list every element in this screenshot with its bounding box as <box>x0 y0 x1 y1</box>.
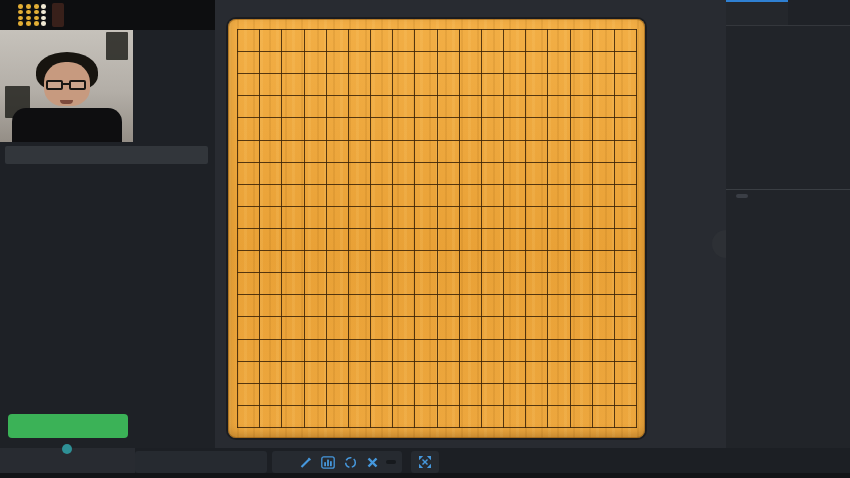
board-grid[interactable] <box>237 29 637 428</box>
fullscreen-button[interactable] <box>417 453 434 471</box>
clear-marks-button[interactable] <box>364 453 381 471</box>
logo-block <box>52 3 64 27</box>
instructor-video[interactable] <box>0 30 133 142</box>
pen-tool-button[interactable] <box>297 453 314 471</box>
instructor-mouth <box>60 100 73 104</box>
notes-panel <box>726 0 850 448</box>
glasses-icon <box>69 80 86 90</box>
start-class-button[interactable] <box>8 414 128 438</box>
problem-caption <box>5 146 208 164</box>
tab-settings[interactable] <box>788 0 850 25</box>
fullscreen-group <box>411 451 439 473</box>
lasso-tool-button[interactable] <box>342 453 359 471</box>
glasses-icon <box>46 80 63 90</box>
annotation-group <box>272 451 402 473</box>
question-circle-icon <box>62 444 72 454</box>
notes-list <box>726 27 850 185</box>
sidebar <box>0 0 215 448</box>
help-link[interactable] <box>0 444 136 455</box>
tab-blackboard[interactable] <box>726 0 788 25</box>
notes-dropdown-button[interactable] <box>736 194 748 198</box>
logo-bar <box>0 0 215 30</box>
instructor-body <box>12 108 122 142</box>
board-area <box>215 0 726 448</box>
lasso-icon <box>344 456 357 469</box>
return-mainline-button[interactable] <box>386 460 396 464</box>
panel-tabs <box>726 0 850 26</box>
panel-divider <box>726 189 850 190</box>
playback-group <box>135 451 267 473</box>
go-teaching-app <box>0 0 850 478</box>
wall-poster <box>106 32 128 60</box>
fullscreen-arrows-icon <box>418 455 432 469</box>
bottom-strip <box>0 473 850 478</box>
glasses-bridge <box>62 83 70 85</box>
chart-tool-button[interactable] <box>319 453 336 471</box>
go-board[interactable] <box>228 19 645 438</box>
pen-icon <box>299 456 312 469</box>
bar-chart-icon <box>321 456 335 469</box>
logo-dots-icon <box>18 4 48 26</box>
close-icon <box>367 457 378 468</box>
